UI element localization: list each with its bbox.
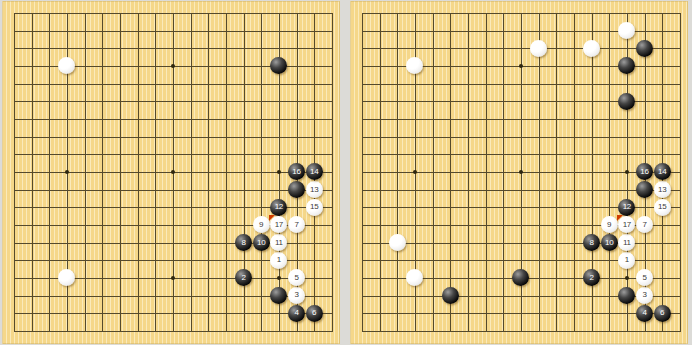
move-number: 13	[658, 186, 666, 194]
black-stone-move-2: 2	[235, 269, 252, 286]
black-stone-move-10: 10	[601, 234, 618, 251]
black-stone	[618, 93, 635, 110]
black-stone-move-4: 4	[288, 305, 305, 322]
white-stone-move-7: 7	[288, 216, 305, 233]
black-stone	[618, 287, 635, 304]
white-stone-move-17: 17	[618, 216, 635, 233]
move-number: 14	[658, 168, 666, 176]
black-stone	[288, 181, 305, 198]
move-number: 11	[623, 239, 631, 247]
black-stone-move-12: 12	[270, 199, 287, 216]
last-move-marker-icon	[269, 215, 275, 221]
star-point	[65, 170, 69, 174]
move-number: 2	[589, 274, 593, 282]
move-number: 1	[625, 256, 629, 264]
black-stone-move-6: 6	[654, 305, 671, 322]
move-number: 3	[294, 291, 298, 299]
move-number: 1	[277, 256, 281, 264]
white-stone-move-1: 1	[618, 252, 635, 269]
pattern-board[interactable]: 1234567891011121314151617	[2, 1, 340, 344]
stones-layer: 1234567891011121314151617	[353, 4, 688, 339]
move-number: 12	[623, 203, 631, 211]
white-stone-move-11: 11	[270, 234, 287, 251]
star-point	[519, 64, 523, 68]
move-number: 8	[589, 239, 593, 247]
white-stone-move-13: 13	[654, 181, 671, 198]
white-stone-move-5: 5	[636, 269, 653, 286]
star-point	[413, 170, 417, 174]
white-stone-move-9: 9	[253, 216, 270, 233]
move-number: 17	[623, 221, 631, 229]
move-number: 11	[275, 239, 283, 247]
white-stone-move-3: 3	[288, 287, 305, 304]
move-number: 9	[259, 221, 263, 229]
move-number: 14	[310, 168, 318, 176]
star-point	[519, 170, 523, 174]
white-stone	[406, 269, 423, 286]
move-number: 7	[642, 221, 646, 229]
white-stone-move-3: 3	[636, 287, 653, 304]
black-stone-move-4: 4	[636, 305, 653, 322]
white-stone	[58, 269, 75, 286]
move-number: 2	[241, 274, 245, 282]
go-pattern-result-page: 1234567891011121314151617 12345678910111…	[0, 0, 692, 345]
white-stone-move-13: 13	[306, 181, 323, 198]
game-board[interactable]: 1234567891011121314151617	[350, 1, 688, 344]
white-stone	[389, 234, 406, 251]
move-number: 15	[658, 203, 666, 211]
star-point	[625, 276, 629, 280]
black-stone	[270, 287, 287, 304]
move-number: 15	[310, 203, 318, 211]
move-number: 7	[294, 221, 298, 229]
move-number: 10	[605, 239, 613, 247]
star-point	[625, 170, 629, 174]
white-stone	[530, 40, 547, 57]
black-stone-move-16: 16	[636, 163, 653, 180]
white-stone-move-15: 15	[306, 199, 323, 216]
move-number: 3	[642, 291, 646, 299]
last-move-marker-icon	[617, 215, 623, 221]
black-stone	[636, 181, 653, 198]
black-stone-move-8: 8	[235, 234, 252, 251]
black-stone-move-6: 6	[306, 305, 323, 322]
move-number: 16	[292, 168, 300, 176]
stones-layer: 1234567891011121314151617	[5, 4, 340, 339]
black-stone	[636, 40, 653, 57]
move-number: 6	[312, 309, 316, 317]
black-stone-move-16: 16	[288, 163, 305, 180]
black-stone	[618, 57, 635, 74]
white-stone-move-1: 1	[270, 252, 287, 269]
move-number: 5	[294, 274, 298, 282]
white-stone-move-11: 11	[618, 234, 635, 251]
star-point	[171, 170, 175, 174]
white-stone-move-7: 7	[636, 216, 653, 233]
move-number: 4	[642, 309, 646, 317]
white-stone-move-9: 9	[601, 216, 618, 233]
move-number: 16	[640, 168, 648, 176]
star-point	[277, 276, 281, 280]
black-stone	[442, 287, 459, 304]
white-stone-move-5: 5	[288, 269, 305, 286]
black-stone-move-14: 14	[654, 163, 671, 180]
star-point	[171, 64, 175, 68]
white-stone-move-17: 17	[270, 216, 287, 233]
move-number: 8	[241, 239, 245, 247]
move-number: 6	[660, 309, 664, 317]
star-point	[171, 276, 175, 280]
move-number: 17	[275, 221, 283, 229]
move-number: 5	[642, 274, 646, 282]
move-number: 12	[275, 203, 283, 211]
white-stone	[618, 22, 635, 39]
black-stone-move-14: 14	[306, 163, 323, 180]
black-stone-move-10: 10	[253, 234, 270, 251]
white-stone	[583, 40, 600, 57]
black-stone	[270, 57, 287, 74]
star-point	[277, 170, 281, 174]
move-number: 13	[310, 186, 318, 194]
white-stone-move-15: 15	[654, 199, 671, 216]
move-number: 9	[607, 221, 611, 229]
black-stone-move-8: 8	[583, 234, 600, 251]
move-number: 10	[257, 239, 265, 247]
white-stone	[58, 57, 75, 74]
move-number: 4	[294, 309, 298, 317]
black-stone-move-2: 2	[583, 269, 600, 286]
white-stone	[406, 57, 423, 74]
black-stone	[512, 269, 529, 286]
black-stone-move-12: 12	[618, 199, 635, 216]
